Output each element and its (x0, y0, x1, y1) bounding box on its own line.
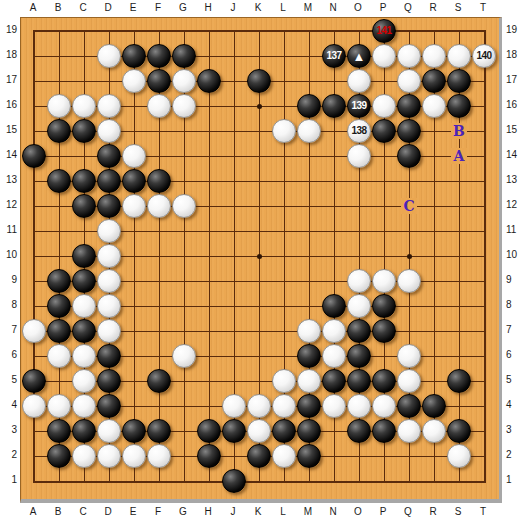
bottom-col-label-R: R (424, 506, 442, 517)
stone-black-S3 (447, 419, 471, 443)
stone-black-M4 (297, 394, 321, 418)
stone-white-P9 (372, 269, 396, 293)
top-col-label-B: B (49, 2, 67, 13)
right-row-label-17: 17 (506, 74, 522, 85)
stone-white-O14 (347, 144, 371, 168)
stone-white-Q17 (397, 69, 421, 93)
stone-black-S17 (447, 69, 471, 93)
stone-black-M16 (297, 94, 321, 118)
stone-black-H3 (197, 419, 221, 443)
right-row-label-9: 9 (506, 274, 522, 285)
stone-white-L15 (272, 119, 296, 143)
stone-black-P7 (372, 319, 396, 343)
left-row-label-11: 11 (1, 224, 17, 235)
top-col-label-O: O (349, 2, 367, 13)
left-row-label-14: 14 (1, 149, 17, 160)
stone-white-E12 (122, 194, 146, 218)
stone-white-O9 (347, 269, 371, 293)
stone-black-P5 (372, 369, 396, 393)
stone-black-M6 (297, 344, 321, 368)
stone-white-B4 (47, 394, 71, 418)
right-row-label-12: 12 (506, 199, 522, 210)
stone-black-Q14 (397, 144, 421, 168)
left-row-label-9: 9 (1, 274, 17, 285)
stone-black-A14 (22, 144, 46, 168)
stone-white-A7 (22, 319, 46, 343)
stone-black-O3 (347, 419, 371, 443)
stone-black-N5 (322, 369, 346, 393)
right-row-label-11: 11 (506, 224, 522, 235)
stone-black-C7 (72, 319, 96, 343)
stone-black-O18: ▲ (347, 44, 371, 68)
right-row-label-18: 18 (506, 49, 522, 60)
top-col-label-K: K (249, 2, 267, 13)
bottom-col-label-Q: Q (399, 506, 417, 517)
stone-black-K17 (247, 69, 271, 93)
stone-black-N18: 137 (322, 44, 346, 68)
stone-black-C13 (72, 169, 96, 193)
left-row-label-7: 7 (1, 324, 17, 335)
stone-black-B13 (47, 169, 71, 193)
left-row-label-5: 5 (1, 374, 17, 385)
move-number-137: 137 (326, 51, 341, 61)
stone-black-J1 (222, 469, 246, 493)
stone-black-E13 (122, 169, 146, 193)
stone-white-L2 (272, 444, 296, 468)
top-col-label-P: P (374, 2, 392, 13)
triangle-marker: ▲ (353, 50, 366, 63)
star-point (257, 104, 262, 109)
stone-black-H2 (197, 444, 221, 468)
left-row-label-1: 1 (1, 474, 17, 485)
point-letter-A: A (451, 148, 467, 164)
stone-black-A5 (22, 369, 46, 393)
stone-black-N8 (322, 294, 346, 318)
stone-black-O16: 139 (347, 94, 371, 118)
stone-white-D18 (97, 44, 121, 68)
stone-white-P4 (372, 394, 396, 418)
stone-white-E17 (122, 69, 146, 93)
go-board-screenshot: 141137▲140139138BAC AABBCCDDEEFFGGHHJJKK… (0, 0, 523, 521)
top-col-label-S: S (449, 2, 467, 13)
stone-black-D12 (97, 194, 121, 218)
top-col-label-H: H (199, 2, 217, 13)
stone-white-G12 (172, 194, 196, 218)
left-row-label-3: 3 (1, 424, 17, 435)
stone-white-O17 (347, 69, 371, 93)
stone-white-Q3 (397, 419, 421, 443)
star-point (257, 254, 262, 259)
stone-white-R16 (422, 94, 446, 118)
bottom-col-label-M: M (299, 506, 317, 517)
stone-black-S5 (447, 369, 471, 393)
top-col-label-E: E (124, 2, 142, 13)
move-number-139: 139 (351, 101, 366, 111)
left-row-label-2: 2 (1, 449, 17, 460)
stone-black-K2 (247, 444, 271, 468)
right-row-label-15: 15 (506, 124, 522, 135)
stone-white-L4 (272, 394, 296, 418)
stone-white-D16 (97, 94, 121, 118)
stone-white-A4 (22, 394, 46, 418)
stone-white-F12 (147, 194, 171, 218)
bottom-col-label-H: H (199, 506, 217, 517)
stone-white-O8 (347, 294, 371, 318)
stone-white-L5 (272, 369, 296, 393)
stone-black-D14 (97, 144, 121, 168)
stone-white-B6 (47, 344, 71, 368)
bottom-col-label-L: L (274, 506, 292, 517)
top-col-label-R: R (424, 2, 442, 13)
stone-black-P15 (372, 119, 396, 143)
stone-black-Q16 (397, 94, 421, 118)
stone-white-S18 (447, 44, 471, 68)
stone-white-M15 (297, 119, 321, 143)
left-row-label-12: 12 (1, 199, 17, 210)
top-col-label-A: A (24, 2, 42, 13)
right-row-label-13: 13 (506, 174, 522, 185)
bottom-col-label-O: O (349, 506, 367, 517)
right-row-label-10: 10 (506, 249, 522, 260)
stone-white-E14 (122, 144, 146, 168)
right-row-label-7: 7 (506, 324, 522, 335)
stone-black-F13 (147, 169, 171, 193)
stone-white-C16 (72, 94, 96, 118)
stone-black-F17 (147, 69, 171, 93)
bottom-col-label-K: K (249, 506, 267, 517)
stone-white-G16 (172, 94, 196, 118)
goban[interactable]: 141137▲140139138BAC (20, 17, 502, 503)
stone-black-H17 (197, 69, 221, 93)
left-row-label-13: 13 (1, 174, 17, 185)
stone-white-Q5 (397, 369, 421, 393)
top-col-label-C: C (74, 2, 92, 13)
right-row-label-6: 6 (506, 349, 522, 360)
left-row-label-10: 10 (1, 249, 17, 260)
left-row-label-18: 18 (1, 49, 17, 60)
right-row-label-1: 1 (506, 474, 522, 485)
top-col-label-G: G (174, 2, 192, 13)
stone-white-N4 (322, 394, 346, 418)
stone-white-D7 (97, 319, 121, 343)
bottom-col-label-T: T (474, 506, 492, 517)
stone-white-D11 (97, 219, 121, 243)
left-row-label-19: 19 (1, 24, 17, 35)
right-row-label-2: 2 (506, 449, 522, 460)
top-col-label-M: M (299, 2, 317, 13)
stone-white-D2 (97, 444, 121, 468)
stone-white-M5 (297, 369, 321, 393)
stone-black-G18 (172, 44, 196, 68)
stone-black-Q15 (397, 119, 421, 143)
stone-white-D15 (97, 119, 121, 143)
stone-black-B2 (47, 444, 71, 468)
stone-black-E18 (122, 44, 146, 68)
left-row-label-4: 4 (1, 399, 17, 410)
stone-white-C2 (72, 444, 96, 468)
top-col-label-J: J (224, 2, 242, 13)
stone-black-R4 (422, 394, 446, 418)
point-letter-C: C (401, 198, 417, 214)
right-row-label-8: 8 (506, 299, 522, 310)
stone-white-Q18 (397, 44, 421, 68)
stone-white-D10 (97, 244, 121, 268)
bottom-col-label-F: F (149, 506, 167, 517)
stone-white-C6 (72, 344, 96, 368)
stone-black-L3 (272, 419, 296, 443)
stone-white-B16 (47, 94, 71, 118)
stone-black-M2 (297, 444, 321, 468)
right-row-label-3: 3 (506, 424, 522, 435)
stone-black-J3 (222, 419, 246, 443)
left-row-label-17: 17 (1, 74, 17, 85)
stone-white-C4 (72, 394, 96, 418)
bottom-col-label-E: E (124, 506, 142, 517)
stone-black-C12 (72, 194, 96, 218)
stone-black-P8 (372, 294, 396, 318)
stone-black-P3 (372, 419, 396, 443)
stone-black-B7 (47, 319, 71, 343)
stone-black-D13 (97, 169, 121, 193)
stone-white-F16 (147, 94, 171, 118)
stone-black-D4 (97, 394, 121, 418)
stone-white-O4 (347, 394, 371, 418)
bottom-col-label-B: B (49, 506, 67, 517)
stone-white-P18 (372, 44, 396, 68)
stone-white-K4 (247, 394, 271, 418)
stone-black-P19: 141 (372, 19, 396, 43)
stone-black-O6 (347, 344, 371, 368)
stone-white-R3 (422, 419, 446, 443)
stone-white-N6 (322, 344, 346, 368)
stone-black-C9 (72, 269, 96, 293)
stone-white-Q9 (397, 269, 421, 293)
bottom-col-label-N: N (324, 506, 342, 517)
right-row-label-14: 14 (506, 149, 522, 160)
stone-white-N7 (322, 319, 346, 343)
left-row-label-6: 6 (1, 349, 17, 360)
stone-white-F2 (147, 444, 171, 468)
stone-white-R18 (422, 44, 446, 68)
stone-white-Q6 (397, 344, 421, 368)
star-point (407, 254, 412, 259)
top-col-label-F: F (149, 2, 167, 13)
stone-white-D8 (97, 294, 121, 318)
stone-black-S16 (447, 94, 471, 118)
stone-white-C8 (72, 294, 96, 318)
stone-black-Q4 (397, 394, 421, 418)
stone-black-O7 (347, 319, 371, 343)
stone-black-N16 (322, 94, 346, 118)
stone-black-F5 (147, 369, 171, 393)
move-number-140: 140 (476, 51, 491, 61)
stone-white-G6 (172, 344, 196, 368)
stone-white-O15: 138 (347, 119, 371, 143)
stone-white-D9 (97, 269, 121, 293)
stone-black-C15 (72, 119, 96, 143)
stone-white-M7 (297, 319, 321, 343)
point-letter-B: B (451, 123, 467, 139)
top-col-label-D: D (99, 2, 117, 13)
top-col-label-Q: Q (399, 2, 417, 13)
bottom-col-label-P: P (374, 506, 392, 517)
stone-black-R17 (422, 69, 446, 93)
stone-black-M3 (297, 419, 321, 443)
right-row-label-4: 4 (506, 399, 522, 410)
stone-black-C3 (72, 419, 96, 443)
stone-white-S2 (447, 444, 471, 468)
bottom-col-label-G: G (174, 506, 192, 517)
bottom-col-label-D: D (99, 506, 117, 517)
stone-black-D6 (97, 344, 121, 368)
stone-white-T18: 140 (472, 44, 496, 68)
right-row-label-19: 19 (506, 24, 522, 35)
stone-black-D5 (97, 369, 121, 393)
left-row-label-15: 15 (1, 124, 17, 135)
stone-white-P16 (372, 94, 396, 118)
stone-black-B8 (47, 294, 71, 318)
move-number-138: 138 (351, 126, 366, 136)
bottom-col-label-J: J (224, 506, 242, 517)
bottom-col-label-A: A (24, 506, 42, 517)
stone-black-C10 (72, 244, 96, 268)
stone-black-B15 (47, 119, 71, 143)
right-row-label-16: 16 (506, 99, 522, 110)
stone-black-B9 (47, 269, 71, 293)
left-row-label-8: 8 (1, 299, 17, 310)
left-row-label-16: 16 (1, 99, 17, 110)
stone-black-F18 (147, 44, 171, 68)
top-col-label-N: N (324, 2, 342, 13)
right-row-label-5: 5 (506, 374, 522, 385)
stone-white-J4 (222, 394, 246, 418)
bottom-col-label-S: S (449, 506, 467, 517)
stone-white-G17 (172, 69, 196, 93)
top-col-label-L: L (274, 2, 292, 13)
stone-black-B3 (47, 419, 71, 443)
stone-white-C5 (72, 369, 96, 393)
stone-white-E2 (122, 444, 146, 468)
move-number-141: 141 (376, 26, 391, 36)
stone-black-O5 (347, 369, 371, 393)
stone-white-D3 (97, 419, 121, 443)
bottom-col-label-C: C (74, 506, 92, 517)
stone-black-F3 (147, 419, 171, 443)
stone-black-E3 (122, 419, 146, 443)
top-col-label-T: T (474, 2, 492, 13)
stone-white-K3 (247, 419, 271, 443)
